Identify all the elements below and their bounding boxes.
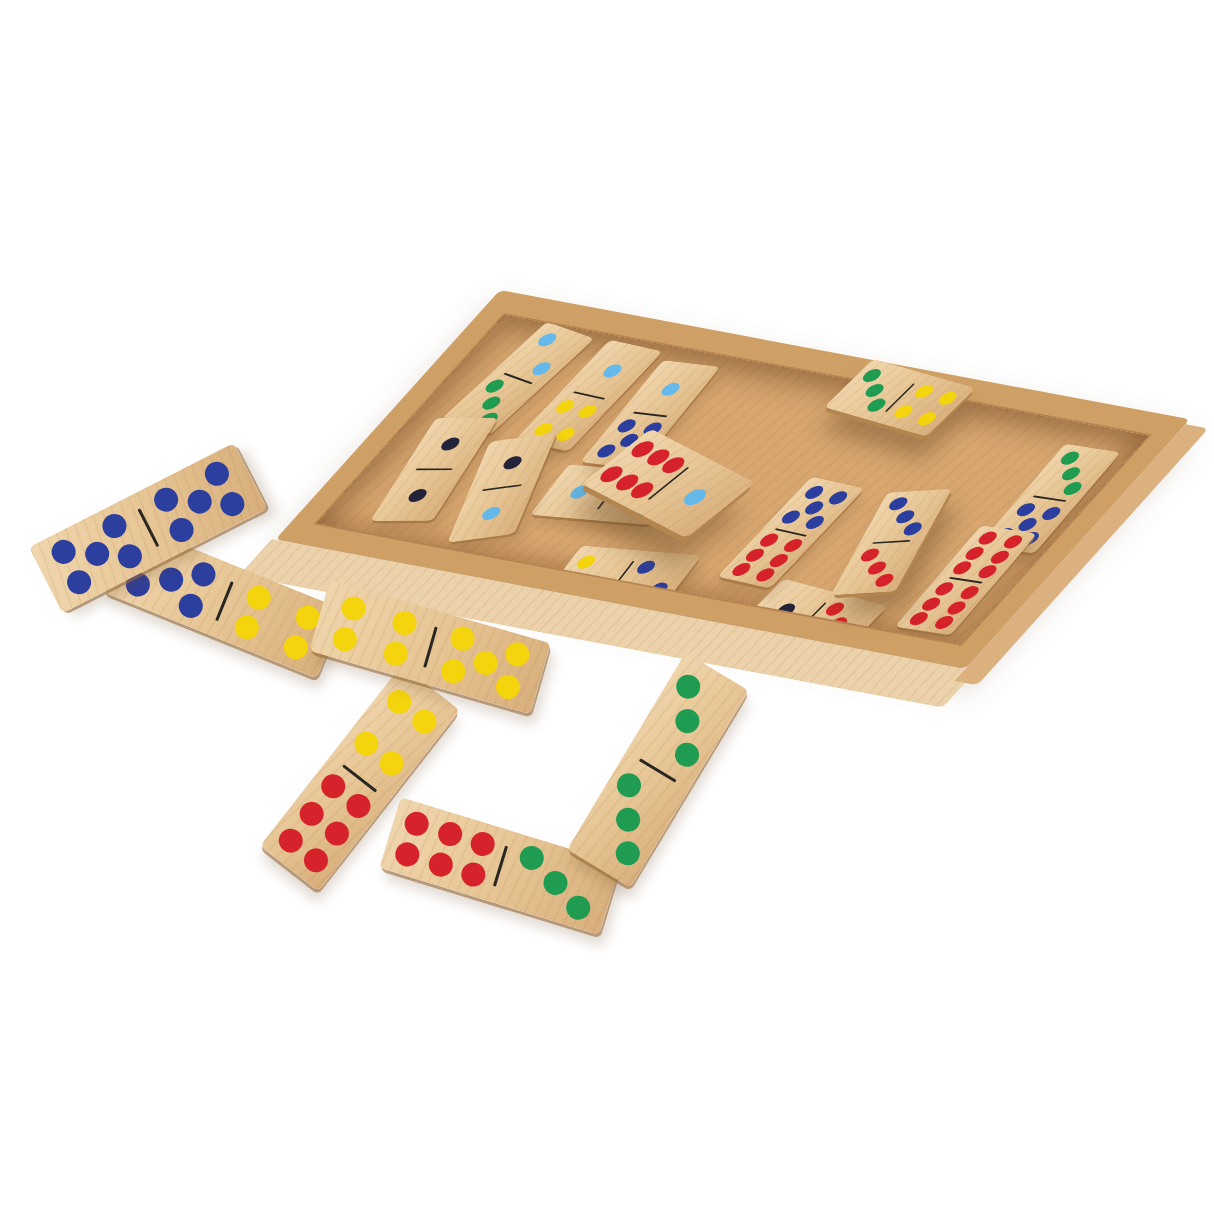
pip-yellow	[280, 631, 311, 662]
pip-blue	[63, 566, 95, 598]
pip-blue	[114, 540, 146, 572]
pip-red	[274, 824, 308, 858]
pip-green	[564, 893, 594, 923]
pip-yellow	[438, 656, 468, 686]
pip-blue	[183, 486, 215, 518]
pip-yellow	[383, 685, 417, 719]
pip-yellow	[339, 594, 369, 624]
pip-blue	[155, 564, 186, 595]
pip-yellow	[390, 609, 420, 639]
pip-red	[402, 809, 432, 839]
pip-yellow	[375, 746, 409, 780]
pip-yellow	[231, 611, 262, 642]
pip-yellow	[381, 639, 411, 669]
pip-yellow	[493, 672, 523, 702]
pip-red	[342, 789, 376, 823]
pip-red	[299, 844, 333, 878]
pip-blue	[188, 559, 219, 590]
pip-green	[516, 843, 546, 873]
pip-blue	[201, 458, 233, 490]
pip-yellow	[447, 624, 477, 654]
pip-blue	[47, 536, 79, 568]
pip-yellow	[243, 583, 274, 614]
played-domino-chain	[0, 0, 1214, 1214]
pip-red	[435, 819, 465, 849]
pip-green	[613, 768, 646, 801]
pip-red	[392, 840, 422, 870]
domino-red6-green3[interactable]	[379, 797, 621, 935]
pip-red	[316, 769, 350, 803]
pip-green	[611, 837, 644, 870]
pip-blue	[81, 538, 113, 570]
domino-green3-green3[interactable]	[567, 652, 749, 887]
pip-yellow	[350, 727, 384, 761]
pip-blue	[99, 510, 131, 542]
pip-blue	[175, 590, 206, 621]
pip-red	[458, 860, 488, 890]
table-scene	[0, 0, 1214, 1214]
pip-green	[672, 670, 705, 703]
pip-blue	[165, 514, 197, 546]
domino-half-yellow4	[309, 580, 440, 683]
pip-green	[612, 803, 645, 836]
pip-red	[425, 850, 455, 880]
pip-blue	[150, 484, 182, 516]
pip-red	[295, 796, 329, 830]
pip-blue	[216, 488, 248, 520]
pip-green	[671, 704, 704, 737]
pip-yellow	[407, 705, 441, 739]
pip-green	[670, 739, 703, 772]
pip-yellow	[330, 624, 360, 654]
pip-red	[468, 829, 498, 859]
pip-red	[321, 816, 355, 850]
pip-yellow	[503, 640, 533, 670]
pip-green	[540, 868, 570, 898]
domino-half-red6	[379, 797, 511, 901]
pip-yellow	[470, 648, 500, 678]
